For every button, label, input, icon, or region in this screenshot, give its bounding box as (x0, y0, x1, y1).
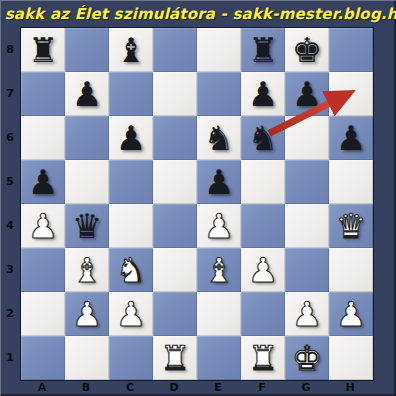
square-f5[interactable] (241, 160, 285, 204)
square-h4[interactable]: ♛ (329, 204, 373, 248)
square-a2[interactable] (21, 292, 65, 336)
square-c6[interactable]: ♟ (109, 116, 153, 160)
square-h1[interactable] (329, 336, 373, 380)
black-pawn-c6[interactable]: ♟ (116, 116, 146, 160)
black-king-g8[interactable]: ♚ (292, 28, 322, 72)
square-c7[interactable] (109, 72, 153, 116)
square-c1[interactable] (109, 336, 153, 380)
square-f2[interactable] (241, 292, 285, 336)
square-b8[interactable] (65, 28, 109, 72)
square-d2[interactable] (153, 292, 197, 336)
file-label-c: C (108, 378, 152, 396)
rank-label-1: 1 (0, 335, 20, 379)
white-bishop-e3[interactable]: ♝ (204, 248, 234, 292)
black-rook-f8[interactable]: ♜ (248, 28, 278, 72)
square-b1[interactable] (65, 336, 109, 380)
square-h6[interactable]: ♟ (329, 116, 373, 160)
white-pawn-e4[interactable]: ♟ (204, 204, 234, 248)
white-knight-c3[interactable]: ♞ (116, 248, 146, 292)
rank-label-7: 7 (0, 71, 20, 115)
square-f8[interactable]: ♜ (241, 28, 285, 72)
black-pawn-f7[interactable]: ♟ (248, 72, 278, 116)
chess-diagram-window: A sakk az Élet szimulátora - sakk-mester… (0, 0, 396, 396)
square-g3[interactable] (285, 248, 329, 292)
square-h7[interactable] (329, 72, 373, 116)
black-knight-e6[interactable]: ♞ (204, 116, 234, 160)
square-a7[interactable] (21, 72, 65, 116)
square-e4[interactable]: ♟ (197, 204, 241, 248)
square-b6[interactable] (65, 116, 109, 160)
square-a3[interactable] (21, 248, 65, 292)
black-rook-a8[interactable]: ♜ (28, 28, 58, 72)
white-bishop-b3[interactable]: ♝ (72, 248, 102, 292)
black-pawn-h6[interactable]: ♟ (336, 116, 366, 160)
square-e5[interactable]: ♟ (197, 160, 241, 204)
square-e2[interactable] (197, 292, 241, 336)
black-pawn-b7[interactable]: ♟ (72, 72, 102, 116)
square-f1[interactable]: ♜ (241, 336, 285, 380)
square-d8[interactable] (153, 28, 197, 72)
square-g1[interactable]: ♚ (285, 336, 329, 380)
black-queen-b4[interactable]: ♛ (72, 204, 102, 248)
square-a4[interactable]: ♟ (21, 204, 65, 248)
square-b3[interactable]: ♝ (65, 248, 109, 292)
square-d6[interactable] (153, 116, 197, 160)
rank-label-4: 4 (0, 203, 20, 247)
square-f7[interactable]: ♟ (241, 72, 285, 116)
rank-label-3: 3 (0, 247, 20, 291)
square-h2[interactable]: ♟ (329, 292, 373, 336)
square-f3[interactable]: ♟ (241, 248, 285, 292)
white-king-g1[interactable]: ♚ (292, 336, 322, 380)
file-label-f: F (240, 378, 284, 396)
square-c4[interactable] (109, 204, 153, 248)
square-h5[interactable] (329, 160, 373, 204)
file-label-a: A (20, 378, 64, 396)
title-bar: A sakk az Élet szimulátora - sakk-mester… (0, 0, 396, 27)
square-g6[interactable] (285, 116, 329, 160)
square-d5[interactable] (153, 160, 197, 204)
square-e1[interactable] (197, 336, 241, 380)
square-e3[interactable]: ♝ (197, 248, 241, 292)
square-a5[interactable]: ♟ (21, 160, 65, 204)
white-rook-f1[interactable]: ♜ (248, 336, 278, 380)
square-g7[interactable]: ♟ (285, 72, 329, 116)
rank-labels: 87654321 (0, 27, 20, 379)
white-rook-d1[interactable]: ♜ (160, 336, 190, 380)
square-c3[interactable]: ♞ (109, 248, 153, 292)
black-pawn-e5[interactable]: ♟ (204, 160, 234, 204)
square-g2[interactable]: ♟ (285, 292, 329, 336)
black-pawn-a5[interactable]: ♟ (28, 160, 58, 204)
square-g5[interactable] (285, 160, 329, 204)
square-f4[interactable] (241, 204, 285, 248)
rank-label-8: 8 (0, 27, 20, 71)
file-label-g: G (284, 378, 328, 396)
rank-label-6: 6 (0, 115, 20, 159)
square-d4[interactable] (153, 204, 197, 248)
square-c2[interactable]: ♟ (109, 292, 153, 336)
square-a1[interactable] (21, 336, 65, 380)
file-label-e: E (196, 378, 240, 396)
square-d1[interactable]: ♜ (153, 336, 197, 380)
square-d7[interactable] (153, 72, 197, 116)
square-c8[interactable]: ♝ (109, 28, 153, 72)
file-label-b: B (64, 378, 108, 396)
square-h3[interactable] (329, 248, 373, 292)
square-b4[interactable]: ♛ (65, 204, 109, 248)
file-labels: ABCDEFGH (20, 378, 372, 396)
square-c5[interactable] (109, 160, 153, 204)
white-pawn-g2[interactable]: ♟ (292, 292, 322, 336)
square-g4[interactable] (285, 204, 329, 248)
square-d3[interactable] (153, 248, 197, 292)
square-b7[interactable]: ♟ (65, 72, 109, 116)
black-knight-f6[interactable]: ♞ (248, 116, 278, 160)
chess-board: ♜♝♜♚♟♟♟♟♞♞♟♟♟♟♛♟♛♝♞♝♟♟♟♟♟♜♜♚ (20, 27, 374, 381)
square-e8[interactable] (197, 28, 241, 72)
square-b5[interactable] (65, 160, 109, 204)
rank-label-5: 5 (0, 159, 20, 203)
square-g8[interactable]: ♚ (285, 28, 329, 72)
black-pawn-g7[interactable]: ♟ (292, 72, 322, 116)
white-pawn-h2[interactable]: ♟ (336, 292, 366, 336)
page-title: A sakk az Élet szimulátora - sakk-mester… (0, 5, 396, 23)
square-f6[interactable]: ♞ (241, 116, 285, 160)
white-pawn-b2[interactable]: ♟ (72, 292, 102, 336)
square-a6[interactable] (21, 116, 65, 160)
rank-label-2: 2 (0, 291, 20, 335)
file-label-d: D (152, 378, 196, 396)
square-e6[interactable]: ♞ (197, 116, 241, 160)
square-e7[interactable] (197, 72, 241, 116)
white-pawn-f3[interactable]: ♟ (248, 248, 278, 292)
black-bishop-c8[interactable]: ♝ (116, 28, 146, 72)
square-b2[interactable]: ♟ (65, 292, 109, 336)
file-label-h: H (328, 378, 372, 396)
square-a8[interactable]: ♜ (21, 28, 65, 72)
square-h8[interactable] (329, 28, 373, 72)
white-queen-h4[interactable]: ♛ (336, 204, 366, 248)
white-pawn-c2[interactable]: ♟ (116, 292, 146, 336)
white-pawn-a4[interactable]: ♟ (28, 204, 58, 248)
